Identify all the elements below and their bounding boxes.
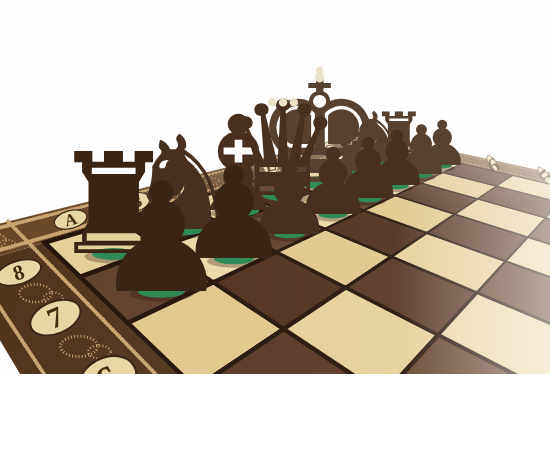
pawn-glyph: ♟ (93, 150, 229, 327)
photo-canvas: ABCDEFGH8765487654♜♞♟♝♟♚♟♛♟♝♟♞♟♜♟♟ (0, 0, 550, 450)
piece-dark-pawn-a7: ♟ (93, 150, 229, 327)
chess-set-photo: ABCDEFGH8765487654♜♞♟♝♟♚♟♛♟♝♟♞♟♜♟♟ (0, 0, 550, 450)
photo-crop-bottom (0, 374, 550, 450)
